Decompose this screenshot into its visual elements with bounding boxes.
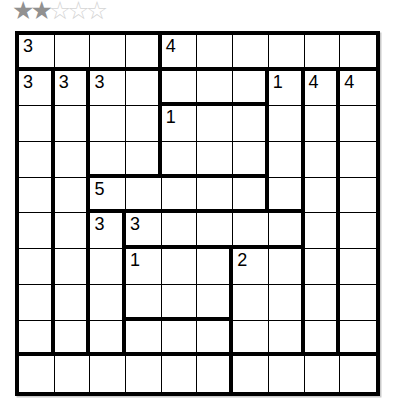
grid-cell-r9c7[interactable] [233, 321, 269, 357]
clue-number: 3 [59, 72, 69, 92]
grid-cell-r4c9[interactable] [305, 142, 341, 178]
grid-cell-r10c6[interactable] [197, 356, 233, 392]
grid-cell-r7c8[interactable] [269, 249, 305, 285]
grid-cell-r6c7[interactable] [233, 213, 269, 249]
grid-cell-r4c4[interactable] [126, 142, 162, 178]
grid-cell-r4c2[interactable] [55, 142, 91, 178]
grid-cell-r4c6[interactable] [197, 142, 233, 178]
grid-cell-r6c1[interactable] [19, 213, 55, 249]
grid-cell-r8c4[interactable] [126, 285, 162, 321]
grid-cell-r10c10[interactable] [340, 356, 376, 392]
grid-cell-r6c5[interactable] [162, 213, 198, 249]
grid-cell-r3c6[interactable] [197, 106, 233, 142]
grid-cell-r8c1[interactable] [19, 285, 55, 321]
grid-cell-r2c10[interactable]: 4 [340, 71, 376, 107]
grid-cell-r6c9[interactable] [305, 213, 341, 249]
grid-cell-r2c6[interactable] [197, 71, 233, 107]
grid-cell-r8c2[interactable] [55, 285, 91, 321]
grid-cell-r6c10[interactable] [340, 213, 376, 249]
grid-cell-r7c4[interactable]: 1 [126, 249, 162, 285]
clue-number: 3 [130, 214, 140, 234]
grid-cell-r9c5[interactable] [162, 321, 198, 357]
grid-cell-r9c2[interactable] [55, 321, 91, 357]
grid-cell-r10c9[interactable] [305, 356, 341, 392]
grid-cell-r3c8[interactable] [269, 106, 305, 142]
clue-number: 1 [273, 72, 283, 92]
grid-cell-r3c2[interactable] [55, 106, 91, 142]
grid-cell-r2c8[interactable]: 1 [269, 71, 305, 107]
star-empty-icon: ☆ [67, 0, 85, 25]
grid-cell-r2c3[interactable]: 3 [90, 71, 126, 107]
grid-cell-r9c8[interactable] [269, 321, 305, 357]
puzzle-grid: 34333144153312 [15, 31, 380, 396]
grid-cell-r3c1[interactable] [19, 106, 55, 142]
grid-cell-r8c7[interactable] [233, 285, 269, 321]
grid-cell-r8c8[interactable] [269, 285, 305, 321]
grid-cell-r2c4[interactable] [126, 71, 162, 107]
grid-cell-r10c8[interactable] [269, 356, 305, 392]
grid-cell-r5c2[interactable] [55, 178, 91, 214]
grid-cell-r5c4[interactable] [126, 178, 162, 214]
grid-cell-r10c1[interactable] [19, 356, 55, 392]
grid-cell-r7c9[interactable] [305, 249, 341, 285]
grid-cell-r10c2[interactable] [55, 356, 91, 392]
grid-cell-r3c9[interactable] [305, 106, 341, 142]
clue-number: 3 [94, 214, 104, 234]
grid-cell-r9c10[interactable] [340, 321, 376, 357]
grid-cell-r5c7[interactable] [233, 178, 269, 214]
clue-number: 3 [23, 36, 33, 56]
grid-cell-r2c1[interactable]: 3 [19, 71, 55, 107]
clue-number: 2 [237, 250, 247, 270]
grid-cell-r6c3[interactable]: 3 [90, 213, 126, 249]
grid-cell-r4c5[interactable] [162, 142, 198, 178]
grid-cell-r9c9[interactable] [305, 321, 341, 357]
clue-number: 4 [344, 72, 354, 92]
star-empty-icon: ☆ [86, 0, 104, 25]
grid-cell-r7c2[interactable] [55, 249, 91, 285]
grid-cell-r7c1[interactable] [19, 249, 55, 285]
grid-cell-r1c1[interactable]: 3 [19, 35, 55, 71]
grid-cell-r1c8[interactable] [269, 35, 305, 71]
grid-cell-r8c9[interactable] [305, 285, 341, 321]
grid-cell-r7c10[interactable] [340, 249, 376, 285]
grid-cell-r6c8[interactable] [269, 213, 305, 249]
puzzle-page: ★★☆☆☆ 34333144153312 [0, 0, 395, 412]
grid-cell-r1c4[interactable] [126, 35, 162, 71]
clue-number: 4 [166, 36, 176, 56]
grid-cell-r5c6[interactable] [197, 178, 233, 214]
grid-cell-r3c5[interactable]: 1 [162, 106, 198, 142]
grid-cell-r10c4[interactable] [126, 356, 162, 392]
clue-number: 4 [309, 72, 319, 92]
grid-cell-r8c10[interactable] [340, 285, 376, 321]
grid-cell-r2c7[interactable] [233, 71, 269, 107]
star-filled-icon: ★ [12, 0, 30, 25]
grid-cell-r4c10[interactable] [340, 142, 376, 178]
grid-cell-r3c10[interactable] [340, 106, 376, 142]
grid-cell-r1c5[interactable]: 4 [162, 35, 198, 71]
grid-cell-r5c8[interactable] [269, 178, 305, 214]
grid-cell-r9c1[interactable] [19, 321, 55, 357]
grid-cell-r5c5[interactable] [162, 178, 198, 214]
grid-cell-r4c3[interactable] [90, 142, 126, 178]
grid-cell-r1c7[interactable] [233, 35, 269, 71]
grid-cell-r5c1[interactable] [19, 178, 55, 214]
grid-cell-r4c1[interactable] [19, 142, 55, 178]
clue-number: 1 [166, 107, 176, 127]
grid-cell-r5c9[interactable] [305, 178, 341, 214]
star-empty-icon: ☆ [49, 0, 67, 25]
grid-cell-r3c3[interactable] [90, 106, 126, 142]
grid-cell-r2c5[interactable] [162, 71, 198, 107]
grid-cell-r3c7[interactable] [233, 106, 269, 142]
grid-cell-r8c6[interactable] [197, 285, 233, 321]
grid-cell-r1c3[interactable] [90, 35, 126, 71]
grid-cell-r6c6[interactable] [197, 213, 233, 249]
grid-cell-r1c10[interactable] [340, 35, 376, 71]
star-filled-icon: ★ [30, 0, 48, 25]
grid-cell-r2c2[interactable]: 3 [55, 71, 91, 107]
clue-number: 3 [94, 72, 104, 92]
grid-cell-r9c3[interactable] [90, 321, 126, 357]
grid-cell-r5c3[interactable]: 5 [90, 178, 126, 214]
clue-number: 5 [94, 179, 104, 199]
grid-cell-r1c9[interactable] [305, 35, 341, 71]
grid-cell-r1c6[interactable] [197, 35, 233, 71]
grid-cell-r2c9[interactable]: 4 [305, 71, 341, 107]
grid-cell-r9c6[interactable] [197, 321, 233, 357]
grid-cell-r5c10[interactable] [340, 178, 376, 214]
grid-cell-r6c2[interactable] [55, 213, 91, 249]
clue-number: 3 [23, 72, 33, 92]
difficulty-stars: ★★☆☆☆ [12, 0, 104, 25]
grid-cell-r4c7[interactable] [233, 142, 269, 178]
grid-cell-r1c2[interactable] [55, 35, 91, 71]
grid-cell-r8c5[interactable] [162, 285, 198, 321]
grid-cell-r10c7[interactable] [233, 356, 269, 392]
grid-cell-r6c4[interactable]: 3 [126, 213, 162, 249]
grid-cell-r4c8[interactable] [269, 142, 305, 178]
grid-cell-r7c7[interactable]: 2 [233, 249, 269, 285]
grid-cell-r7c3[interactable] [90, 249, 126, 285]
grid-cell-r10c5[interactable] [162, 356, 198, 392]
grid-cell-r8c3[interactable] [90, 285, 126, 321]
grid-cell-r3c4[interactable] [126, 106, 162, 142]
grid-cell-r9c4[interactable] [126, 321, 162, 357]
grid-cell-r7c6[interactable] [197, 249, 233, 285]
grid-cell-r10c3[interactable] [90, 356, 126, 392]
grid-cell-r7c5[interactable] [162, 249, 198, 285]
clue-number: 1 [130, 250, 140, 270]
